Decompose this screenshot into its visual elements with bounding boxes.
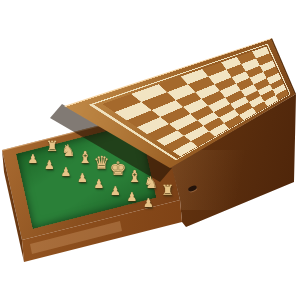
piece-white-queen[interactable]: ♛ bbox=[93, 154, 109, 172]
piece-white-pawn[interactable]: ♟ bbox=[94, 178, 105, 190]
piece-white-bishop[interactable]: ♝ bbox=[78, 149, 92, 165]
piece-white-pawn[interactable]: ♟ bbox=[110, 185, 121, 197]
piece-white-pawn[interactable]: ♟ bbox=[77, 172, 88, 184]
chess-set-product-photo: ♜♞♝♛♚♝♞♜♟♟♟♟♟♟♟♟ bbox=[0, 0, 300, 300]
piece-white-rook[interactable]: ♜ bbox=[46, 139, 59, 153]
piece-white-knight[interactable]: ♞ bbox=[144, 175, 158, 191]
stored-pieces-group: ♜♞♝♛♚♝♞♜♟♟♟♟♟♟♟♟ bbox=[0, 0, 300, 300]
piece-white-knight[interactable]: ♞ bbox=[61, 143, 75, 159]
piece-white-pawn[interactable]: ♟ bbox=[143, 197, 154, 209]
piece-white-pawn[interactable]: ♟ bbox=[61, 166, 72, 178]
piece-white-pawn[interactable]: ♟ bbox=[28, 153, 39, 165]
piece-white-king[interactable]: ♚ bbox=[109, 160, 126, 179]
piece-white-pawn[interactable]: ♟ bbox=[44, 159, 55, 171]
piece-white-rook[interactable]: ♜ bbox=[161, 183, 174, 197]
piece-white-bishop[interactable]: ♝ bbox=[127, 168, 141, 184]
piece-white-pawn[interactable]: ♟ bbox=[127, 191, 138, 203]
